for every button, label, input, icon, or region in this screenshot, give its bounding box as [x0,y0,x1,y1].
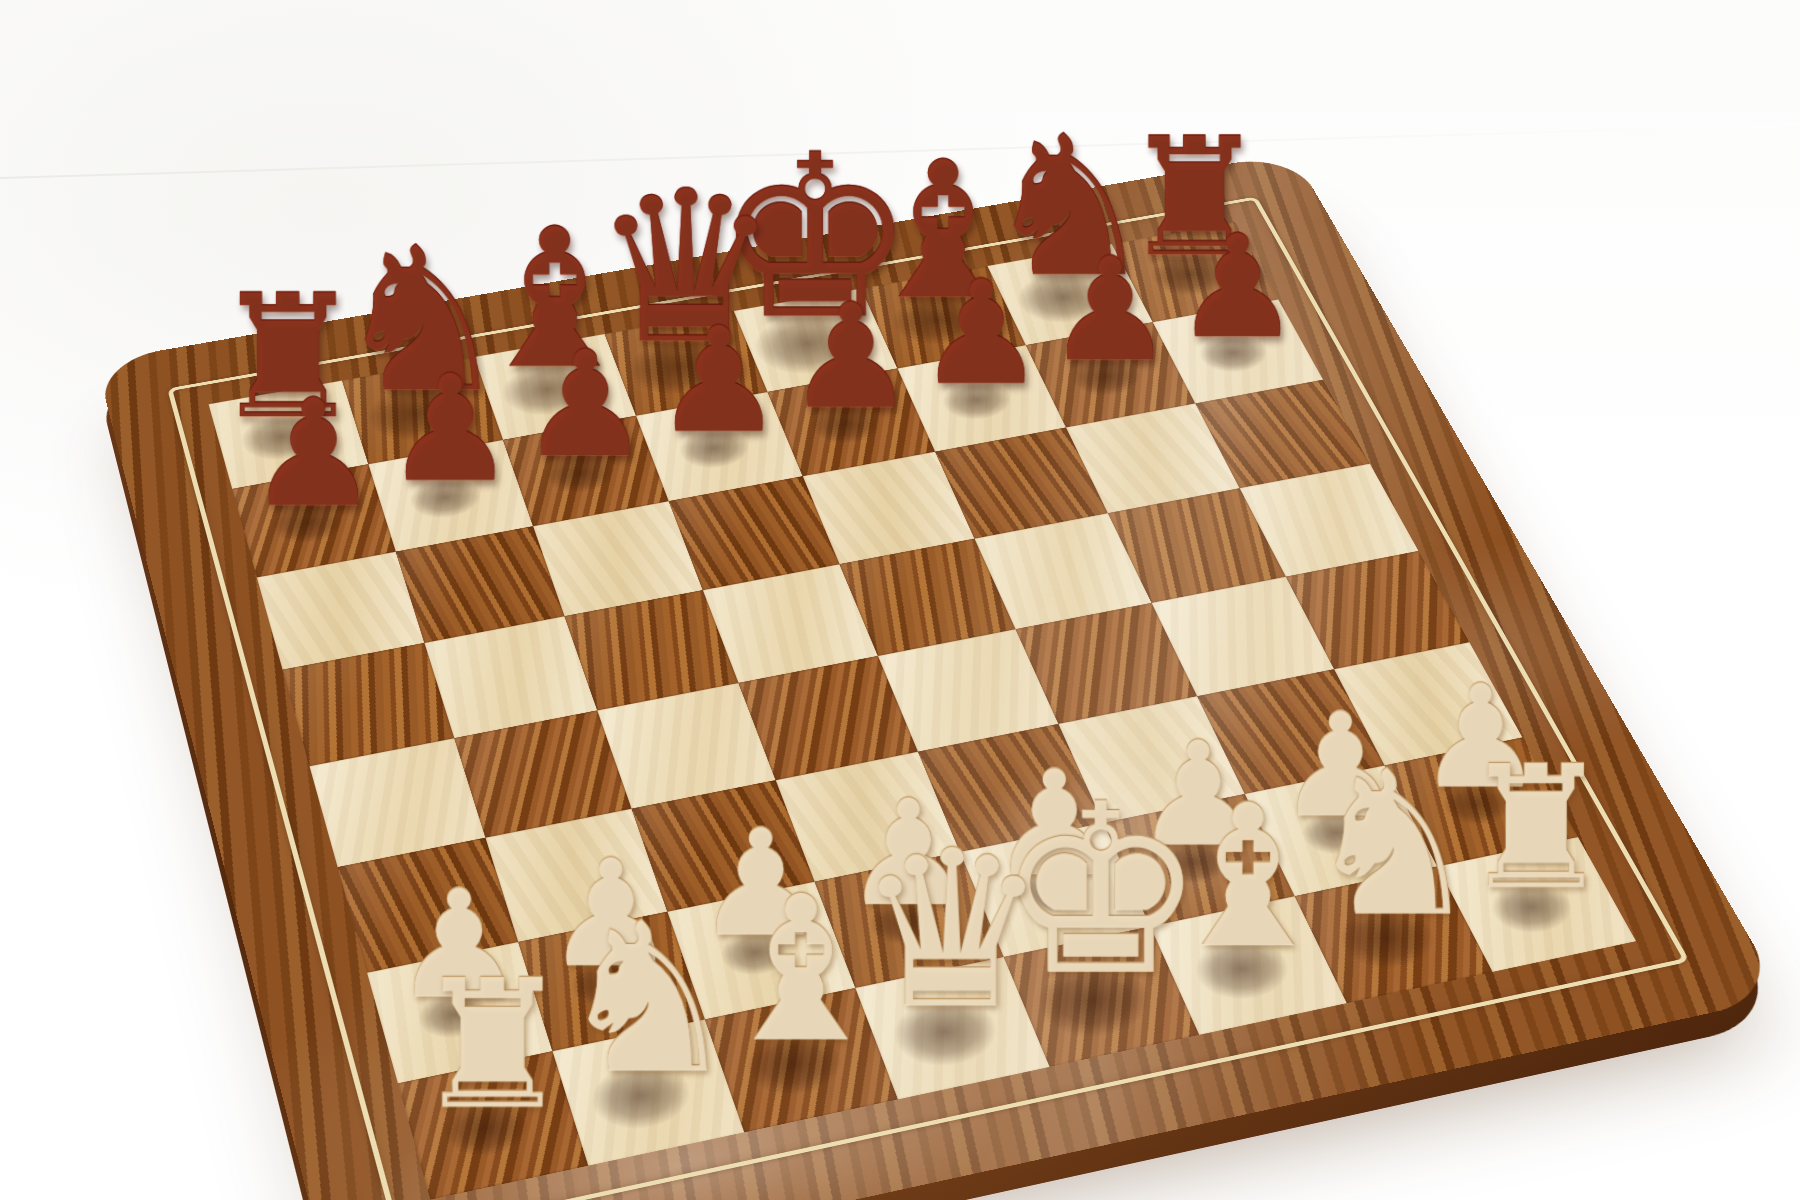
pawn-glyph: ♟ [247,378,381,527]
scene: ♜♞♝♛♚♝♞♜♟♟♟♟♟♟♟♟♟♟♟♟♟♟♟♟♜♞♝♛♚♝♞♜ [0,0,1800,1200]
pawn-glyph: ♟ [384,354,517,502]
pawn-glyph: ♟ [519,330,651,477]
knight-glyph: ♞ [555,895,741,1102]
rook-glyph: ♜ [1460,743,1612,912]
rook-glyph: ♜ [413,956,572,1133]
board-surface: ♜♞♝♛♚♝♞♜♟♟♟♟♟♟♟♟♟♟♟♟♟♟♟♟♜♞♝♛♚♝♞♜ [96,153,1784,1200]
chess-board: ♜♞♝♛♚♝♞♜♟♟♟♟♟♟♟♟♟♟♟♟♟♟♟♟♜♞♝♛♚♝♞♜ [96,153,1784,1200]
pawn-glyph: ♟ [786,283,917,429]
pawn-glyph: ♟ [653,307,784,453]
pawn-glyph: ♟ [1046,237,1175,381]
pawn-glyph: ♟ [1173,215,1301,358]
pawn-glyph: ♟ [916,260,1046,405]
